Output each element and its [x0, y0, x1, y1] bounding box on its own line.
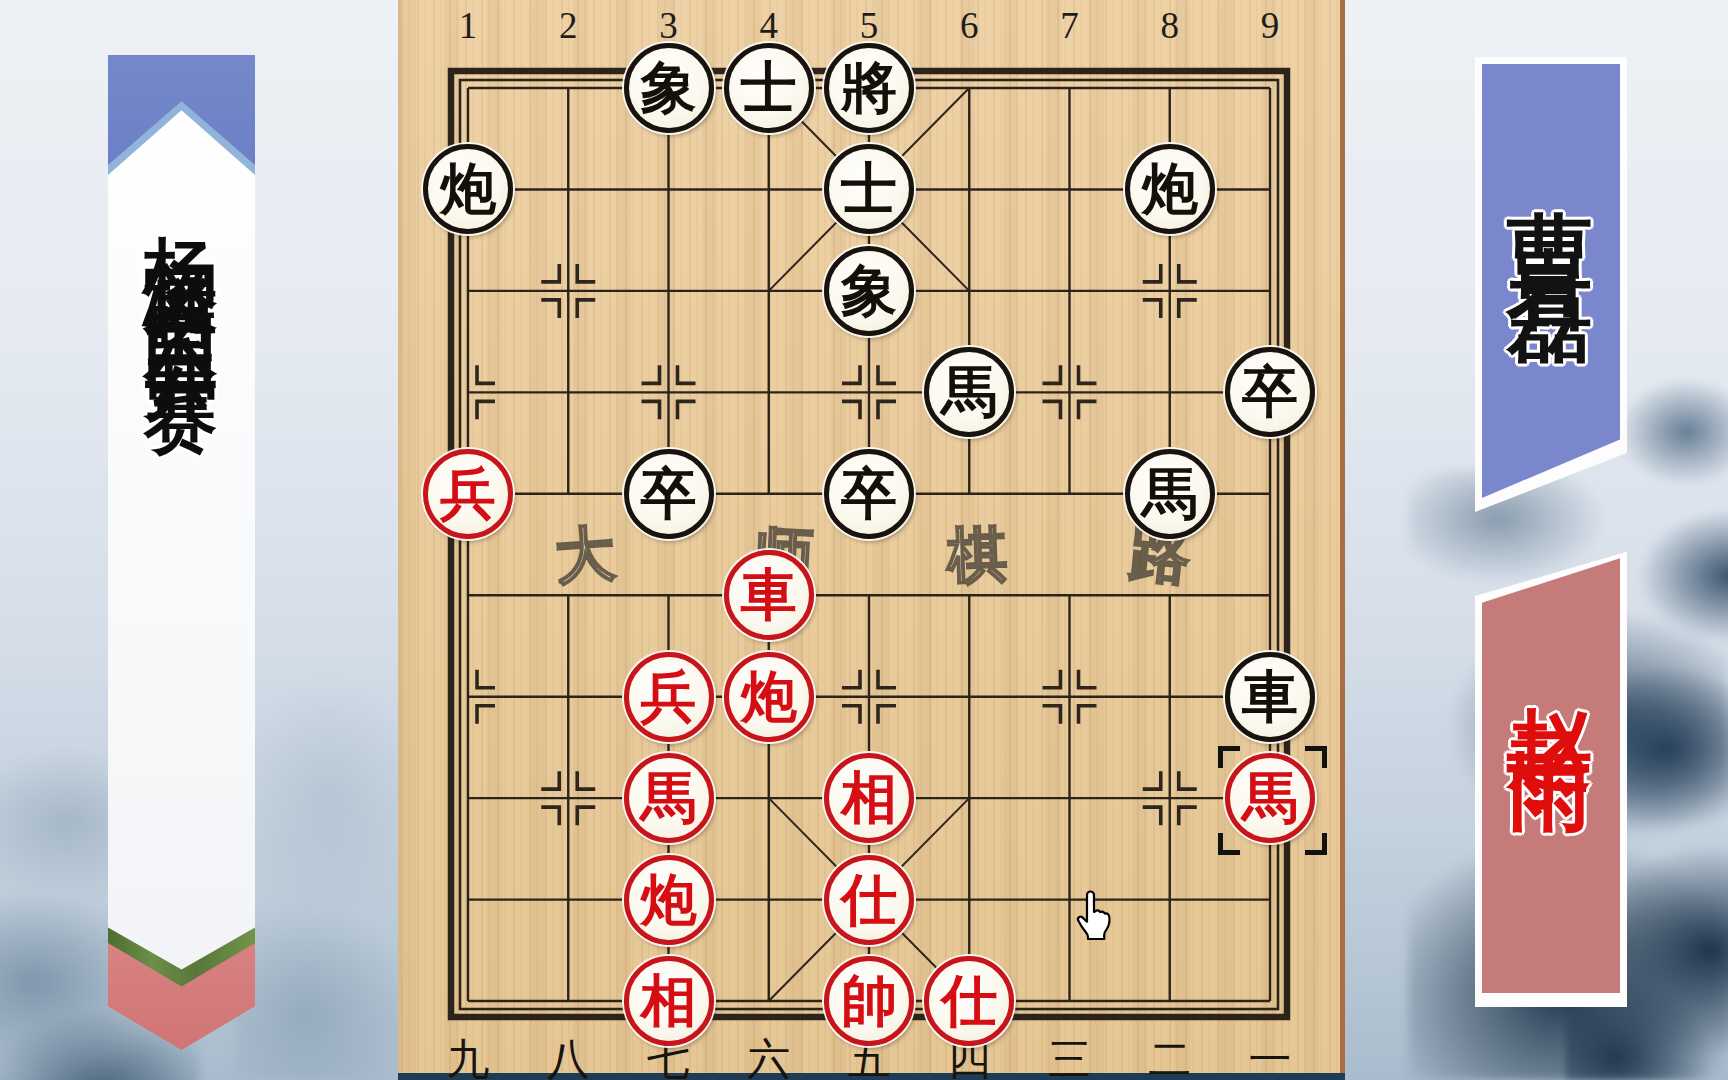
highlight-bracket-br [1305, 833, 1327, 855]
file-label-top-7: 7 [1040, 4, 1100, 47]
xiangqi-piece-black-象[interactable]: 象 [624, 43, 714, 133]
file-label-bottom-7: 三 [1035, 1031, 1105, 1080]
xiangqi-piece-black-卒[interactable]: 卒 [824, 449, 914, 539]
river-watermark-char: 棋 [946, 514, 1009, 597]
xiangqi-piece-black-炮[interactable]: 炮 [423, 144, 513, 234]
file-label-bottom-9: 一 [1235, 1031, 1305, 1080]
xiangqi-piece-black-馬[interactable]: 馬 [1125, 449, 1215, 539]
highlight-bracket-tr [1305, 746, 1327, 768]
xiangqi-piece-black-士[interactable]: 士 [824, 144, 914, 234]
hand-cursor-icon [1072, 890, 1116, 944]
xiangqi-piece-red-炮[interactable]: 炮 [724, 652, 814, 742]
xiangqi-piece-red-仕[interactable]: 仕 [824, 855, 914, 945]
file-label-top-4: 4 [739, 4, 799, 47]
xiangqi-piece-red-帥[interactable]: 帥 [824, 956, 914, 1046]
file-label-top-5: 5 [839, 4, 899, 47]
xiangqi-piece-black-卒[interactable]: 卒 [624, 449, 714, 539]
file-label-bottom-4: 六 [734, 1031, 804, 1080]
xiangqi-piece-black-馬[interactable]: 馬 [924, 347, 1014, 437]
file-label-top-6: 6 [939, 4, 999, 47]
xiangqi-piece-black-將[interactable]: 將 [824, 43, 914, 133]
highlight-bracket-tl [1218, 746, 1240, 768]
xiangqi-piece-red-兵[interactable]: 兵 [624, 652, 714, 742]
xiangqi-piece-red-仕[interactable]: 仕 [924, 956, 1014, 1046]
player-banner-red-text: 赵子雨 [1475, 637, 1627, 712]
file-label-top-3: 3 [639, 4, 699, 47]
highlight-bracket-bl [1218, 833, 1240, 855]
xiangqi-piece-black-車[interactable]: 車 [1225, 652, 1315, 742]
xiangqi-piece-red-相[interactable]: 相 [624, 956, 714, 1046]
river-watermark-char: 大 [552, 514, 618, 599]
xiangqi-piece-red-馬[interactable]: 馬 [624, 753, 714, 843]
xiangqi-piece-black-卒[interactable]: 卒 [1225, 347, 1315, 437]
xiangqi-piece-black-象[interactable]: 象 [824, 246, 914, 336]
player-banner-red [1482, 547, 1620, 993]
file-label-bottom-1: 九 [433, 1031, 503, 1080]
xiangqi-piece-black-炮[interactable]: 炮 [1125, 144, 1215, 234]
file-label-bottom-8: 二 [1135, 1031, 1205, 1080]
stage: 123456789 九八七六五四三二一 大师棋路 象士將炮士炮象馬卒兵卒卒馬車兵… [0, 0, 1728, 1080]
file-label-top-1: 1 [438, 4, 498, 47]
event-banner-text: 杨官磷全国公开赛 [108, 176, 255, 336]
xiangqi-piece-red-相[interactable]: 相 [824, 753, 914, 843]
xiangqi-piece-red-兵[interactable]: 兵 [423, 449, 513, 539]
file-label-top-9: 9 [1240, 4, 1300, 47]
xiangqi-piece-red-車[interactable]: 車 [724, 550, 814, 640]
xiangqi-piece-red-炮[interactable]: 炮 [624, 855, 714, 945]
xiangqi-piece-black-士[interactable]: 士 [724, 43, 814, 133]
file-label-bottom-2: 八 [533, 1031, 603, 1080]
file-label-top-2: 2 [538, 4, 598, 47]
player-banner-black-text: 曹岩磊 [1475, 140, 1627, 248]
file-label-top-8: 8 [1140, 4, 1200, 47]
player-banner-black [1482, 64, 1620, 498]
